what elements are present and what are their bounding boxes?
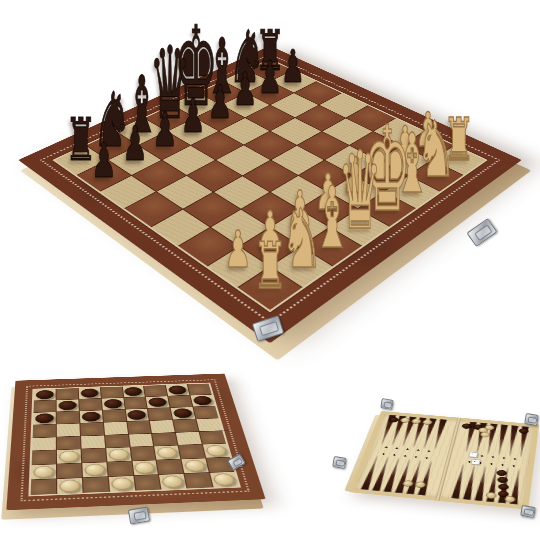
metal-clasp (332, 456, 347, 469)
chess-pieces-layer: ♜♞♝♛♚♝♞♜♟♟♟♟♟♟♟♟♟♟♟♟♟♟♟♟♜♞♝♛♚♝♞♜ (0, 0, 540, 540)
chess-piece-black-pawn: ♟ (91, 135, 117, 183)
chess-piece-black-pawn: ♟ (207, 79, 232, 125)
chess-piece-black-pawn: ♟ (281, 43, 305, 88)
metal-clasp (380, 398, 394, 410)
chess-piece-white-pawn: ♟ (225, 224, 252, 275)
metal-clasp (524, 413, 539, 426)
chess-piece-black-pawn: ♟ (258, 55, 283, 101)
chess-piece-black-pawn: ♟ (152, 106, 177, 153)
chess-piece-black-pawn: ♟ (122, 120, 148, 168)
metal-clasp (520, 505, 536, 518)
chess-piece-black-pawn: ♟ (233, 67, 258, 113)
chess-piece-white-rook: ♜ (253, 234, 288, 298)
chess-piece-black-pawn: ♟ (180, 92, 205, 139)
